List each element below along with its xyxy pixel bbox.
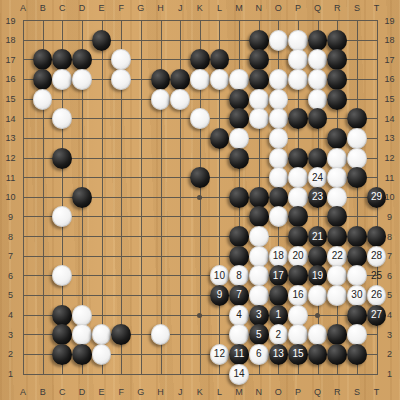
white-stone[interactable]: [249, 285, 269, 306]
black-stone[interactable]: [33, 49, 53, 70]
board-point-o3[interactable]: 2: [269, 325, 289, 345]
black-stone[interactable]: [210, 128, 230, 149]
board-point-d10[interactable]: [72, 187, 92, 207]
white-stone[interactable]: [308, 324, 328, 345]
black-stone[interactable]: [249, 30, 269, 51]
board-point-o2[interactable]: 13: [269, 345, 289, 365]
black-stone[interactable]: 1: [269, 305, 289, 326]
black-stone[interactable]: [327, 324, 347, 345]
board-point-m16[interactable]: [229, 70, 249, 90]
black-stone[interactable]: [229, 108, 249, 129]
board-point-l17[interactable]: [210, 50, 230, 70]
white-stone[interactable]: 20: [288, 246, 308, 267]
board-point-j15[interactable]: [170, 89, 190, 109]
white-stone[interactable]: 18: [269, 246, 289, 267]
white-stone[interactable]: [72, 305, 92, 326]
board-point-o5[interactable]: [269, 286, 289, 306]
board-point-r18[interactable]: [327, 30, 347, 50]
board-point-e3[interactable]: [92, 325, 112, 345]
board-point-r15[interactable]: [327, 89, 347, 109]
board-point-q8[interactable]: 21: [308, 227, 328, 247]
white-stone[interactable]: 14: [229, 364, 249, 385]
board-point-f16[interactable]: [111, 70, 131, 90]
board-point-o13[interactable]: [269, 129, 289, 149]
black-stone[interactable]: [111, 324, 131, 345]
board-point-p10[interactable]: [288, 187, 308, 207]
black-stone[interactable]: [229, 148, 249, 169]
board-point-s13[interactable]: [347, 129, 367, 149]
board-point-d3[interactable]: [72, 325, 92, 345]
black-stone[interactable]: [327, 128, 347, 149]
board-point-q16[interactable]: [308, 70, 328, 90]
black-stone[interactable]: 5: [249, 324, 269, 345]
board-point-p4[interactable]: [288, 305, 308, 325]
column-label: N: [249, 384, 269, 400]
board-point-p6[interactable]: [288, 266, 308, 286]
board-point-n10[interactable]: [249, 187, 269, 207]
white-stone[interactable]: [92, 324, 112, 345]
black-stone[interactable]: 19: [308, 265, 328, 286]
board-point-o18[interactable]: [269, 30, 289, 50]
black-stone[interactable]: 17: [269, 265, 289, 286]
white-stone[interactable]: [151, 324, 171, 345]
board-point-r8[interactable]: [327, 227, 347, 247]
board-point-r7[interactable]: 22: [327, 246, 347, 266]
white-stone[interactable]: [288, 305, 308, 326]
black-stone[interactable]: [347, 167, 367, 188]
black-stone[interactable]: [52, 324, 72, 345]
black-stone[interactable]: [327, 30, 347, 51]
white-stone[interactable]: 10: [210, 265, 230, 286]
black-stone[interactable]: [52, 305, 72, 326]
black-stone[interactable]: 11: [229, 344, 249, 365]
board-point-r13[interactable]: [327, 129, 347, 149]
board-point-s6[interactable]: [347, 266, 367, 286]
white-stone[interactable]: [288, 69, 308, 90]
white-stone[interactable]: [288, 49, 308, 70]
black-stone[interactable]: [170, 69, 190, 90]
board-point-t8[interactable]: [367, 227, 387, 247]
move-number: 18: [273, 251, 284, 261]
board-point-e2[interactable]: [92, 345, 112, 365]
board-point-s8[interactable]: [347, 227, 367, 247]
white-stone[interactable]: [52, 108, 72, 129]
board-point-p18[interactable]: [288, 30, 308, 50]
board-point-r10[interactable]: [327, 187, 347, 207]
black-stone[interactable]: 29: [367, 187, 387, 208]
black-stone[interactable]: [229, 246, 249, 267]
board-point-c12[interactable]: [52, 148, 72, 168]
board-point-m13[interactable]: [229, 129, 249, 149]
white-stone[interactable]: [308, 89, 328, 110]
white-stone[interactable]: [327, 148, 347, 169]
board-point-d2[interactable]: [72, 345, 92, 365]
board-point-o4[interactable]: 1: [269, 305, 289, 325]
column-label: M: [229, 384, 249, 400]
board-point-c14[interactable]: [52, 109, 72, 129]
black-stone[interactable]: [269, 285, 289, 306]
board-point-c4[interactable]: [52, 305, 72, 325]
board-point-m4[interactable]: 4: [229, 305, 249, 325]
white-stone[interactable]: [308, 49, 328, 70]
black-stone[interactable]: 3: [249, 305, 269, 326]
board-point-b16[interactable]: [33, 70, 53, 90]
black-stone[interactable]: 21: [308, 226, 328, 247]
board-point-m10[interactable]: [229, 187, 249, 207]
board-point-r11[interactable]: [327, 168, 347, 188]
black-stone[interactable]: [33, 69, 53, 90]
black-stone[interactable]: [92, 30, 112, 51]
board-point-t4[interactable]: 27: [367, 305, 387, 325]
black-stone[interactable]: 15: [288, 344, 308, 365]
board-point-k16[interactable]: [190, 70, 210, 90]
board-point-c9[interactable]: [52, 207, 72, 227]
board-point-n8[interactable]: [249, 227, 269, 247]
board-point-o11[interactable]: [269, 168, 289, 188]
black-stone[interactable]: [288, 108, 308, 129]
board-point-d17[interactable]: [72, 50, 92, 70]
black-stone[interactable]: [308, 246, 328, 267]
white-stone[interactable]: 6: [249, 344, 269, 365]
white-stone[interactable]: [347, 324, 367, 345]
black-stone[interactable]: 7: [229, 285, 249, 306]
white-stone[interactable]: [249, 108, 269, 129]
board-point-p9[interactable]: [288, 207, 308, 227]
black-stone[interactable]: [210, 49, 230, 70]
board-point-r3[interactable]: [327, 325, 347, 345]
board-point-o12[interactable]: [269, 148, 289, 168]
board-point-q5[interactable]: [308, 286, 328, 306]
black-stone[interactable]: [151, 69, 171, 90]
white-stone[interactable]: [288, 30, 308, 51]
board-point-c3[interactable]: [52, 325, 72, 345]
black-stone[interactable]: [347, 226, 367, 247]
board-point-n6[interactable]: [249, 266, 269, 286]
black-stone[interactable]: [52, 148, 72, 169]
white-stone[interactable]: [269, 30, 289, 51]
white-stone[interactable]: [269, 108, 289, 129]
board-point-p2[interactable]: 15: [288, 345, 308, 365]
white-stone[interactable]: 16: [288, 285, 308, 306]
column-label: B: [33, 384, 53, 400]
black-stone[interactable]: [72, 49, 92, 70]
move-number: 28: [371, 251, 382, 261]
white-stone[interactable]: [327, 285, 347, 306]
black-stone[interactable]: [347, 344, 367, 365]
black-stone[interactable]: [288, 265, 308, 286]
board-point-s5[interactable]: 30: [347, 286, 367, 306]
black-stone[interactable]: [229, 89, 249, 110]
white-stone[interactable]: [308, 285, 328, 306]
white-stone[interactable]: [151, 89, 171, 110]
board-point-p17[interactable]: [288, 50, 308, 70]
board-point-c17[interactable]: [52, 50, 72, 70]
board-point-m6[interactable]: 8: [229, 266, 249, 286]
board-point-k17[interactable]: [190, 50, 210, 70]
white-stone[interactable]: [347, 148, 367, 169]
white-stone[interactable]: [269, 128, 289, 149]
board-point-q2[interactable]: [308, 345, 328, 365]
black-stone[interactable]: [229, 187, 249, 208]
board-point-d4[interactable]: [72, 305, 92, 325]
board-point-n14[interactable]: [249, 109, 269, 129]
board-point-n3[interactable]: 5: [249, 325, 269, 345]
board-point-s3[interactable]: [347, 325, 367, 345]
board-point-k14[interactable]: [190, 109, 210, 129]
board-point-d16[interactable]: [72, 70, 92, 90]
board-point-p12[interactable]: [288, 148, 308, 168]
black-stone[interactable]: [72, 344, 92, 365]
board-point-f3[interactable]: [111, 325, 131, 345]
board-point-n15[interactable]: [249, 89, 269, 109]
black-stone[interactable]: [288, 226, 308, 247]
board-point-n2[interactable]: 6: [249, 345, 269, 365]
board-point-o6[interactable]: 17: [269, 266, 289, 286]
white-stone[interactable]: [33, 89, 53, 110]
board-point-p7[interactable]: 20: [288, 246, 308, 266]
board-point-t10[interactable]: 29: [367, 187, 387, 207]
white-stone[interactable]: 24: [308, 167, 328, 188]
white-stone[interactable]: [288, 167, 308, 188]
board-point-s11[interactable]: [347, 168, 367, 188]
board-point-r2[interactable]: [327, 345, 347, 365]
board-point-r6[interactable]: [327, 266, 347, 286]
white-stone[interactable]: 28: [367, 246, 387, 267]
white-stone[interactable]: [347, 128, 367, 149]
board-point-o9[interactable]: [269, 207, 289, 227]
board-point-m15[interactable]: [229, 89, 249, 109]
board-point-q11[interactable]: 24: [308, 168, 328, 188]
board-point-c16[interactable]: [52, 70, 72, 90]
board-point-p16[interactable]: [288, 70, 308, 90]
white-stone[interactable]: [229, 128, 249, 149]
board-point-t7[interactable]: 28: [367, 246, 387, 266]
black-stone[interactable]: [308, 30, 328, 51]
board-point-m8[interactable]: [229, 227, 249, 247]
board-point-s12[interactable]: [347, 148, 367, 168]
black-stone[interactable]: [190, 49, 210, 70]
board-point-b15[interactable]: [33, 89, 53, 109]
white-stone[interactable]: 26: [367, 285, 387, 306]
white-stone[interactable]: [288, 187, 308, 208]
board-point-s7[interactable]: [347, 246, 367, 266]
white-stone[interactable]: [308, 69, 328, 90]
board-point-q6[interactable]: 19: [308, 266, 328, 286]
board-point-q12[interactable]: [308, 148, 328, 168]
white-stone[interactable]: 12: [210, 344, 230, 365]
board-point-p11[interactable]: [288, 168, 308, 188]
black-stone[interactable]: [367, 226, 387, 247]
black-stone[interactable]: [347, 108, 367, 129]
board-point-q17[interactable]: [308, 50, 328, 70]
black-stone[interactable]: [347, 246, 367, 267]
move-number: 27: [371, 310, 382, 320]
white-stone[interactable]: [92, 344, 112, 365]
stones-layer[interactable]: 2423292118202228108171997163026431275212…: [13, 11, 386, 384]
board-point-l5[interactable]: 9: [210, 286, 230, 306]
black-stone[interactable]: [249, 69, 269, 90]
white-stone[interactable]: [190, 69, 210, 90]
white-stone[interactable]: [249, 246, 269, 267]
board-point-l6[interactable]: 10: [210, 266, 230, 286]
column-label: E: [92, 384, 112, 400]
board-point-t5[interactable]: 26: [367, 286, 387, 306]
board-point-q18[interactable]: [308, 30, 328, 50]
board-point-h15[interactable]: [151, 89, 171, 109]
board-point-n4[interactable]: 3: [249, 305, 269, 325]
board-point-s14[interactable]: [347, 109, 367, 129]
board-point-n18[interactable]: [249, 30, 269, 50]
black-stone[interactable]: [52, 344, 72, 365]
board-point-j16[interactable]: [170, 70, 190, 90]
black-stone[interactable]: [72, 187, 92, 208]
white-stone[interactable]: [72, 69, 92, 90]
board-point-m3[interactable]: [229, 325, 249, 345]
board-point-m2[interactable]: 11: [229, 345, 249, 365]
white-stone[interactable]: [111, 69, 131, 90]
black-stone[interactable]: [52, 49, 72, 70]
move-number: 5: [256, 330, 262, 340]
white-stone[interactable]: [249, 226, 269, 247]
board-point-o7[interactable]: 18: [269, 246, 289, 266]
board-point-t6[interactable]: 25: [367, 266, 387, 286]
black-stone[interactable]: 13: [269, 344, 289, 365]
black-stone[interactable]: [229, 226, 249, 247]
white-stone[interactable]: [269, 167, 289, 188]
white-stone[interactable]: 4: [229, 305, 249, 326]
white-stone[interactable]: [210, 69, 230, 90]
white-stone[interactable]: 30: [347, 285, 367, 306]
board-point-q7[interactable]: [308, 246, 328, 266]
white-stone[interactable]: [190, 108, 210, 129]
white-stone[interactable]: [52, 206, 72, 227]
black-stone[interactable]: [327, 89, 347, 110]
black-stone[interactable]: 9: [210, 285, 230, 306]
board-point-k11[interactable]: [190, 168, 210, 188]
move-number: 15: [292, 349, 303, 359]
white-stone[interactable]: 8: [229, 265, 249, 286]
board-point-q15[interactable]: [308, 89, 328, 109]
board-point-q3[interactable]: [308, 325, 328, 345]
white-stone[interactable]: [52, 265, 72, 286]
white-stone[interactable]: [269, 89, 289, 110]
board-point-l13[interactable]: [210, 129, 230, 149]
black-stone[interactable]: [308, 344, 328, 365]
board-point-p5[interactable]: 16: [288, 286, 308, 306]
board-point-n7[interactable]: [249, 246, 269, 266]
board-point-o15[interactable]: [269, 89, 289, 109]
black-stone[interactable]: [288, 148, 308, 169]
white-stone[interactable]: 2: [269, 324, 289, 345]
white-stone[interactable]: 22: [327, 246, 347, 267]
board-point-b17[interactable]: [33, 50, 53, 70]
board-point-m7[interactable]: [229, 246, 249, 266]
white-stone[interactable]: [111, 49, 131, 70]
white-stone[interactable]: [229, 324, 249, 345]
white-stone[interactable]: [288, 324, 308, 345]
black-stone[interactable]: [288, 206, 308, 227]
black-stone[interactable]: [347, 305, 367, 326]
black-stone[interactable]: [327, 49, 347, 70]
white-stone[interactable]: [269, 206, 289, 227]
white-stone[interactable]: [269, 148, 289, 169]
board-point-r9[interactable]: [327, 207, 347, 227]
black-stone[interactable]: [190, 167, 210, 188]
board-point-c6[interactable]: [52, 266, 72, 286]
column-label: J: [170, 384, 190, 400]
move-number: 23: [312, 192, 323, 202]
board-point-o10[interactable]: [269, 187, 289, 207]
board-point-n9[interactable]: [249, 207, 269, 227]
white-stone[interactable]: [249, 265, 269, 286]
board-point-f17[interactable]: [111, 50, 131, 70]
board-point-s2[interactable]: [347, 345, 367, 365]
board-point-p3[interactable]: [288, 325, 308, 345]
board-point-p8[interactable]: [288, 227, 308, 247]
board-point-e18[interactable]: [92, 30, 112, 50]
board-point-m5[interactable]: 7: [229, 286, 249, 306]
black-stone[interactable]: [308, 148, 328, 169]
black-stone[interactable]: 27: [367, 305, 387, 326]
black-stone[interactable]: [269, 187, 289, 208]
board-point-o16[interactable]: [269, 70, 289, 90]
board-point-m1[interactable]: 14: [229, 364, 249, 384]
board-point-n16[interactable]: [249, 70, 269, 90]
board-point-r16[interactable]: [327, 70, 347, 90]
black-stone[interactable]: 23: [308, 187, 328, 208]
black-stone[interactable]: [327, 344, 347, 365]
board-point-q10[interactable]: 23: [308, 187, 328, 207]
white-stone[interactable]: [347, 265, 367, 286]
board-point-c2[interactable]: [52, 345, 72, 365]
board-point-h3[interactable]: [151, 325, 171, 345]
move-number: 4: [236, 310, 242, 320]
move-number: 9: [217, 290, 223, 300]
board-point-n17[interactable]: [249, 50, 269, 70]
board-point-p14[interactable]: [288, 109, 308, 129]
white-stone[interactable]: [52, 69, 72, 90]
white-stone[interactable]: [170, 89, 190, 110]
white-stone[interactable]: [327, 187, 347, 208]
board-point-r17[interactable]: [327, 50, 347, 70]
board-point-q14[interactable]: [308, 109, 328, 129]
white-stone[interactable]: [327, 265, 347, 286]
white-stone[interactable]: [229, 69, 249, 90]
black-stone[interactable]: [308, 108, 328, 129]
board-point-n5[interactable]: [249, 286, 269, 306]
board-point-m12[interactable]: [229, 148, 249, 168]
board-point-h16[interactable]: [151, 70, 171, 90]
white-stone[interactable]: [72, 324, 92, 345]
white-stone[interactable]: [269, 69, 289, 90]
black-stone[interactable]: [327, 226, 347, 247]
black-stone[interactable]: [249, 206, 269, 227]
black-stone[interactable]: [327, 69, 347, 90]
board-point-m14[interactable]: [229, 109, 249, 129]
black-stone[interactable]: [249, 49, 269, 70]
board-point-s4[interactable]: [347, 305, 367, 325]
board-point-l16[interactable]: [210, 70, 230, 90]
black-stone[interactable]: [327, 206, 347, 227]
board-point-r5[interactable]: [327, 286, 347, 306]
white-stone[interactable]: [327, 167, 347, 188]
black-stone[interactable]: [249, 187, 269, 208]
move-number: 11: [234, 349, 244, 359]
white-stone[interactable]: [249, 89, 269, 110]
board-point-l2[interactable]: 12: [210, 345, 230, 365]
board-point-r12[interactable]: [327, 148, 347, 168]
board-point-o14[interactable]: [269, 109, 289, 129]
